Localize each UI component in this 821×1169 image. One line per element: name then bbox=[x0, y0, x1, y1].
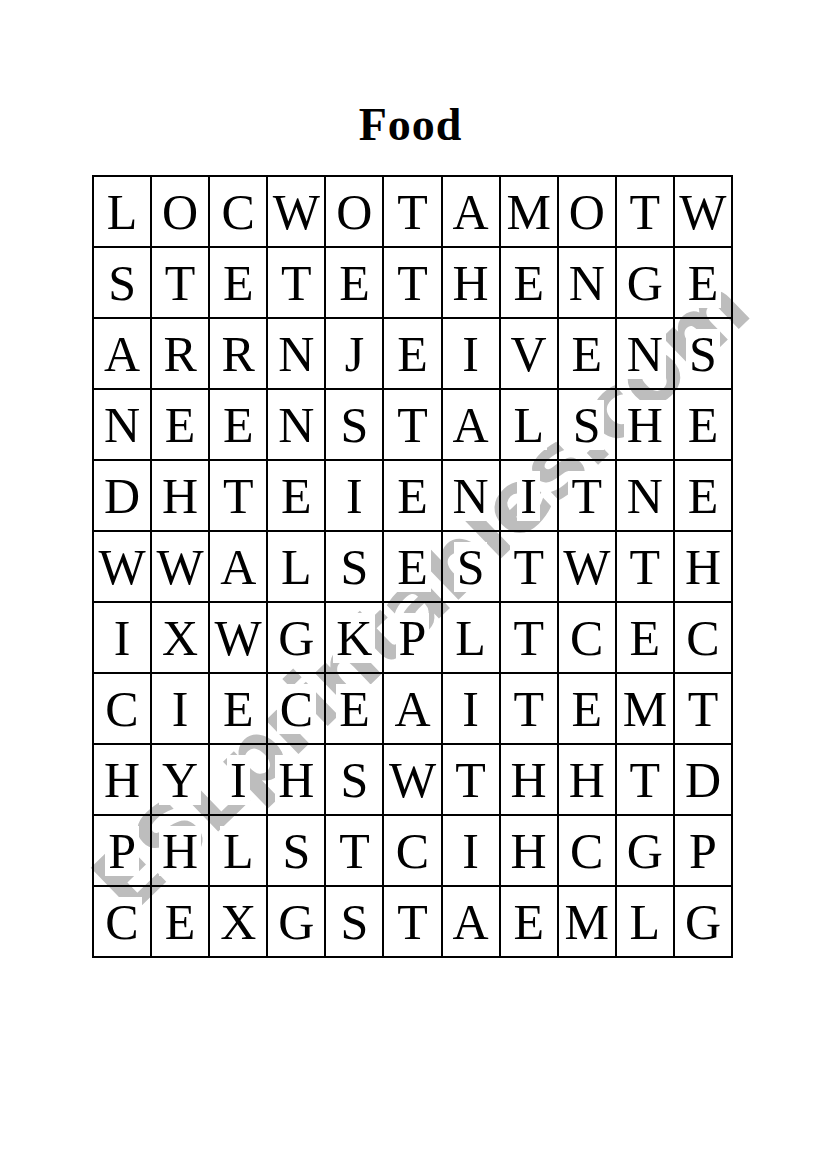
grid-letter: T bbox=[452, 755, 489, 805]
grid-cell-r8c8: T bbox=[500, 673, 558, 744]
grid-cell-r4c8: L bbox=[500, 389, 558, 460]
grid-cell-r10c2: H bbox=[151, 815, 209, 886]
grid-cell-r1c10: T bbox=[616, 176, 674, 247]
grid-cell-r11c11: G bbox=[674, 886, 732, 957]
grid-cell-r4c2: E bbox=[151, 389, 209, 460]
grid-letter: E bbox=[220, 684, 257, 734]
grid-cell-r11c5: S bbox=[325, 886, 383, 957]
grid-cell-r7c6: P bbox=[383, 602, 441, 673]
puzzle-title: Food bbox=[0, 98, 821, 151]
grid-cell-r9c4: H bbox=[267, 744, 325, 815]
grid-letter: S bbox=[338, 755, 372, 805]
grid-cell-r1c3: C bbox=[209, 176, 267, 247]
grid-cell-r1c11: W bbox=[674, 176, 732, 247]
grid-cell-r7c9: C bbox=[558, 602, 616, 673]
grid-letter: E bbox=[278, 471, 315, 521]
grid-letter: H bbox=[682, 542, 724, 592]
grid-cell-r6c1: W bbox=[93, 531, 151, 602]
grid-letter: S bbox=[338, 897, 372, 947]
grid-letter: A bbox=[217, 542, 259, 592]
grid-letter: A bbox=[391, 684, 433, 734]
grid-letter: R bbox=[160, 329, 199, 379]
grid-cell-r2c9: N bbox=[558, 247, 616, 318]
grid-cell-r1c5: O bbox=[325, 176, 383, 247]
word-search-board: LOCWOTAMOTWSTETETHENGEARRNJEIVENSNEENSTA… bbox=[92, 175, 733, 958]
grid-cell-r9c8: H bbox=[500, 744, 558, 815]
grid-cell-r5c3: T bbox=[209, 460, 267, 531]
grid-letter: N bbox=[624, 329, 666, 379]
grid-letter: S bbox=[454, 542, 488, 592]
grid-letter: I bbox=[227, 755, 250, 805]
grid-cell-r6c9: W bbox=[558, 531, 616, 602]
grid-letter: C bbox=[102, 897, 141, 947]
grid-letter: E bbox=[220, 400, 257, 450]
grid-letter: I bbox=[169, 684, 192, 734]
grid-letter: L bbox=[220, 826, 257, 876]
grid-cell-r8c6: A bbox=[383, 673, 441, 744]
grid-cell-r7c1: I bbox=[93, 602, 151, 673]
grid-letter: G bbox=[624, 826, 666, 876]
grid-cell-r8c10: M bbox=[616, 673, 674, 744]
grid-cell-r6c5: S bbox=[325, 531, 383, 602]
grid-cell-r9c3: I bbox=[209, 744, 267, 815]
grid-cell-r7c10: E bbox=[616, 602, 674, 673]
grid-cell-r1c4: W bbox=[267, 176, 325, 247]
grid-letter: H bbox=[159, 826, 201, 876]
grid-cell-r10c10: G bbox=[616, 815, 674, 886]
grid-letter: H bbox=[508, 826, 550, 876]
grid-cell-r2c3: E bbox=[209, 247, 267, 318]
grid-cell-r7c3: W bbox=[209, 602, 267, 673]
grid-letter: L bbox=[104, 187, 141, 237]
grid-cell-r10c3: L bbox=[209, 815, 267, 886]
grid-cell-r3c3: R bbox=[209, 318, 267, 389]
grid-letter: H bbox=[159, 471, 201, 521]
grid-cell-r3c8: V bbox=[500, 318, 558, 389]
grid-cell-r1c8: M bbox=[500, 176, 558, 247]
grid-cell-r7c5: K bbox=[325, 602, 383, 673]
grid-cell-r6c7: S bbox=[442, 531, 500, 602]
grid-letter: I bbox=[111, 613, 134, 663]
grid-letter: E bbox=[685, 471, 722, 521]
grid-letter: W bbox=[95, 542, 148, 592]
grid-cell-r10c6: C bbox=[383, 815, 441, 886]
grid-letter: W bbox=[270, 187, 323, 237]
grid-cell-r1c1: L bbox=[93, 176, 151, 247]
grid-cell-r1c6: T bbox=[383, 176, 441, 247]
grid-letter: R bbox=[219, 329, 258, 379]
grid-cell-r4c11: E bbox=[674, 389, 732, 460]
grid-letter: S bbox=[338, 542, 372, 592]
grid-letter: O bbox=[159, 187, 201, 237]
grid-cell-r5c8: I bbox=[500, 460, 558, 531]
grid-letter: T bbox=[568, 471, 605, 521]
grid-cell-r6c6: E bbox=[383, 531, 441, 602]
grid-letter: L bbox=[510, 400, 547, 450]
grid-cell-r2c8: E bbox=[500, 247, 558, 318]
grid-letter: L bbox=[452, 613, 489, 663]
grid-letter: L bbox=[278, 542, 315, 592]
grid-letter: N bbox=[275, 400, 317, 450]
grid-cell-r8c2: I bbox=[151, 673, 209, 744]
grid-letter: E bbox=[627, 613, 664, 663]
grid-cell-r11c3: X bbox=[209, 886, 267, 957]
grid-cell-r9c11: D bbox=[674, 744, 732, 815]
grid-letter: I bbox=[343, 471, 366, 521]
grid-letter: D bbox=[101, 471, 143, 521]
grid-cell-r5c6: E bbox=[383, 460, 441, 531]
grid-cell-r4c9: S bbox=[558, 389, 616, 460]
grid-letter: E bbox=[220, 258, 257, 308]
grid-cell-r2c2: T bbox=[151, 247, 209, 318]
grid-letter: N bbox=[101, 400, 143, 450]
grid-cell-r6c8: T bbox=[500, 531, 558, 602]
grid-cell-r5c4: E bbox=[267, 460, 325, 531]
grid-cell-r11c7: A bbox=[442, 886, 500, 957]
grid-cell-r8c3: E bbox=[209, 673, 267, 744]
grid-cell-r10c11: P bbox=[674, 815, 732, 886]
grid-letter: H bbox=[566, 755, 608, 805]
grid-letter: W bbox=[676, 187, 729, 237]
grid-letter: S bbox=[338, 400, 372, 450]
grid-letter: A bbox=[450, 187, 492, 237]
grid-letter: P bbox=[105, 826, 139, 876]
grid-letter: T bbox=[627, 755, 664, 805]
grid-cell-r6c3: A bbox=[209, 531, 267, 602]
grid-letter: M bbox=[562, 897, 612, 947]
grid-cell-r5c10: N bbox=[616, 460, 674, 531]
grid-cell-r4c10: H bbox=[616, 389, 674, 460]
grid-letter: T bbox=[220, 471, 257, 521]
grid-cell-r11c6: T bbox=[383, 886, 441, 957]
grid-letter: E bbox=[510, 258, 547, 308]
grid-cell-r5c11: E bbox=[674, 460, 732, 531]
grid-cell-r5c9: T bbox=[558, 460, 616, 531]
grid-cell-r9c10: T bbox=[616, 744, 674, 815]
grid-letter: W bbox=[560, 542, 613, 592]
grid-cell-r4c7: A bbox=[442, 389, 500, 460]
grid-cell-r7c8: T bbox=[500, 602, 558, 673]
grid-letter: H bbox=[624, 400, 666, 450]
grid-letter: L bbox=[627, 897, 664, 947]
grid-letter: E bbox=[162, 897, 199, 947]
grid-letter: S bbox=[279, 826, 313, 876]
grid-cell-r8c5: E bbox=[325, 673, 383, 744]
grid-cell-r3c1: A bbox=[93, 318, 151, 389]
grid-letter: W bbox=[154, 542, 207, 592]
grid-cell-r4c5: S bbox=[325, 389, 383, 460]
grid-letter: C bbox=[393, 826, 432, 876]
grid-cell-r7c2: X bbox=[151, 602, 209, 673]
grid-letter: A bbox=[450, 897, 492, 947]
grid-cell-r5c2: H bbox=[151, 460, 209, 531]
grid-letter: T bbox=[394, 258, 431, 308]
grid-letter: S bbox=[570, 400, 604, 450]
grid-cell-r3c4: N bbox=[267, 318, 325, 389]
grid-cell-r8c7: I bbox=[442, 673, 500, 744]
grid-cell-r2c1: S bbox=[93, 247, 151, 318]
grid-letter: M bbox=[503, 187, 553, 237]
grid-letter: A bbox=[450, 400, 492, 450]
grid-cell-r10c9: C bbox=[558, 815, 616, 886]
grid-letter: I bbox=[459, 684, 482, 734]
grid-cell-r9c6: W bbox=[383, 744, 441, 815]
grid-cell-r6c11: H bbox=[674, 531, 732, 602]
grid-cell-r7c11: C bbox=[674, 602, 732, 673]
grid-letter: W bbox=[212, 613, 265, 663]
grid-letter: E bbox=[394, 329, 431, 379]
grid-letter: T bbox=[685, 684, 722, 734]
grid-letter: I bbox=[459, 826, 482, 876]
grid-cell-r11c2: E bbox=[151, 886, 209, 957]
grid-cell-r5c7: N bbox=[442, 460, 500, 531]
grid-letter: S bbox=[686, 329, 720, 379]
grid-cell-r1c7: A bbox=[442, 176, 500, 247]
grid-letter: E bbox=[336, 684, 373, 734]
grid-letter: X bbox=[159, 613, 201, 663]
grid-letter: I bbox=[459, 329, 482, 379]
grid-letter: H bbox=[508, 755, 550, 805]
grid-cell-r3c7: I bbox=[442, 318, 500, 389]
grid-cell-r11c1: C bbox=[93, 886, 151, 957]
grid-letter: E bbox=[394, 471, 431, 521]
grid-cell-r8c11: T bbox=[674, 673, 732, 744]
grid-letter: T bbox=[510, 542, 547, 592]
grid-letter: E bbox=[568, 329, 605, 379]
grid-cell-r10c1: P bbox=[93, 815, 151, 886]
grid-cell-r8c9: E bbox=[558, 673, 616, 744]
grid-cell-r3c5: J bbox=[325, 318, 383, 389]
grid-cell-r10c7: I bbox=[442, 815, 500, 886]
grid-letter: Y bbox=[159, 755, 201, 805]
grid-letter: H bbox=[275, 755, 317, 805]
grid-letter: T bbox=[510, 613, 547, 663]
grid-letter: E bbox=[685, 258, 722, 308]
grid-cell-r10c4: S bbox=[267, 815, 325, 886]
grid-letter: E bbox=[394, 542, 431, 592]
grid-cell-r9c7: T bbox=[442, 744, 500, 815]
grid-cell-r3c2: R bbox=[151, 318, 209, 389]
grid-cell-r6c4: L bbox=[267, 531, 325, 602]
grid-letter: J bbox=[342, 329, 367, 379]
grid-letter: T bbox=[627, 187, 664, 237]
grid-cell-r2c7: H bbox=[442, 247, 500, 318]
grid-letter: E bbox=[162, 400, 199, 450]
grid-letter: C bbox=[567, 613, 606, 663]
grid-letter: I bbox=[517, 471, 540, 521]
grid-letter: C bbox=[683, 613, 722, 663]
grid-cell-r6c2: W bbox=[151, 531, 209, 602]
grid-letter: N bbox=[624, 471, 666, 521]
grid-cell-r8c1: C bbox=[93, 673, 151, 744]
grid-letter: G bbox=[275, 613, 317, 663]
grid-cell-r2c6: T bbox=[383, 247, 441, 318]
grid-cell-r9c5: S bbox=[325, 744, 383, 815]
grid-cell-r11c8: E bbox=[500, 886, 558, 957]
grid-cell-r9c9: H bbox=[558, 744, 616, 815]
grid-letter: S bbox=[105, 258, 139, 308]
grid-cell-r5c1: D bbox=[93, 460, 151, 531]
grid-cell-r4c3: E bbox=[209, 389, 267, 460]
grid-letter: D bbox=[682, 755, 724, 805]
grid-letter: C bbox=[567, 826, 606, 876]
grid-letter: E bbox=[685, 400, 722, 450]
grid-cell-r3c10: N bbox=[616, 318, 674, 389]
grid-letter: C bbox=[102, 684, 141, 734]
grid-letter: T bbox=[336, 826, 373, 876]
grid-letter: V bbox=[508, 329, 550, 379]
grid-letter: X bbox=[217, 897, 259, 947]
word-search-grid: LOCWOTAMOTWSTETETHENGEARRNJEIVENSNEENSTA… bbox=[92, 175, 733, 958]
grid-letter: N bbox=[275, 329, 317, 379]
grid-cell-r3c9: E bbox=[558, 318, 616, 389]
grid-letter: E bbox=[510, 897, 547, 947]
grid-letter: T bbox=[394, 400, 431, 450]
grid-letter: T bbox=[162, 258, 199, 308]
grid-letter: W bbox=[386, 755, 439, 805]
grid-letter: C bbox=[219, 187, 258, 237]
grid-cell-r11c10: L bbox=[616, 886, 674, 957]
grid-cell-r10c8: H bbox=[500, 815, 558, 886]
grid-cell-r5c5: I bbox=[325, 460, 383, 531]
grid-letter: H bbox=[101, 755, 143, 805]
grid-letter: T bbox=[627, 542, 664, 592]
grid-letter: G bbox=[275, 897, 317, 947]
grid-cell-r2c10: G bbox=[616, 247, 674, 318]
grid-letter: T bbox=[278, 258, 315, 308]
grid-letter: G bbox=[624, 258, 666, 308]
grid-letter: O bbox=[333, 187, 375, 237]
grid-letter: N bbox=[566, 258, 608, 308]
worksheet-page: Food ESLprintables.com LOCWOTAMOTWSTETET… bbox=[0, 0, 821, 1169]
grid-letter: T bbox=[394, 187, 431, 237]
grid-cell-r3c6: E bbox=[383, 318, 441, 389]
grid-letter: E bbox=[568, 684, 605, 734]
grid-cell-r7c7: L bbox=[442, 602, 500, 673]
grid-cell-r7c4: G bbox=[267, 602, 325, 673]
grid-letter: A bbox=[101, 329, 143, 379]
grid-cell-r9c2: Y bbox=[151, 744, 209, 815]
grid-letter: G bbox=[682, 897, 724, 947]
grid-cell-r1c9: O bbox=[558, 176, 616, 247]
grid-letter: P bbox=[686, 826, 720, 876]
grid-letter: C bbox=[277, 684, 316, 734]
grid-cell-r6c10: T bbox=[616, 531, 674, 602]
grid-cell-r2c4: T bbox=[267, 247, 325, 318]
grid-cell-r2c5: E bbox=[325, 247, 383, 318]
grid-cell-r4c4: N bbox=[267, 389, 325, 460]
grid-cell-r11c4: G bbox=[267, 886, 325, 957]
grid-letter: P bbox=[396, 613, 430, 663]
grid-letter: E bbox=[336, 258, 373, 308]
grid-cell-r1c2: O bbox=[151, 176, 209, 247]
grid-letter: N bbox=[450, 471, 492, 521]
grid-letter: H bbox=[450, 258, 492, 308]
grid-letter: T bbox=[394, 897, 431, 947]
grid-letter: O bbox=[566, 187, 608, 237]
grid-cell-r2c11: E bbox=[674, 247, 732, 318]
grid-cell-r10c5: T bbox=[325, 815, 383, 886]
grid-letter: M bbox=[620, 684, 670, 734]
grid-cell-r11c9: M bbox=[558, 886, 616, 957]
grid-letter: T bbox=[510, 684, 547, 734]
grid-cell-r4c1: N bbox=[93, 389, 151, 460]
grid-cell-r8c4: C bbox=[267, 673, 325, 744]
grid-cell-r3c11: S bbox=[674, 318, 732, 389]
grid-cell-r4c6: T bbox=[383, 389, 441, 460]
grid-cell-r9c1: H bbox=[93, 744, 151, 815]
grid-letter: K bbox=[333, 613, 375, 663]
